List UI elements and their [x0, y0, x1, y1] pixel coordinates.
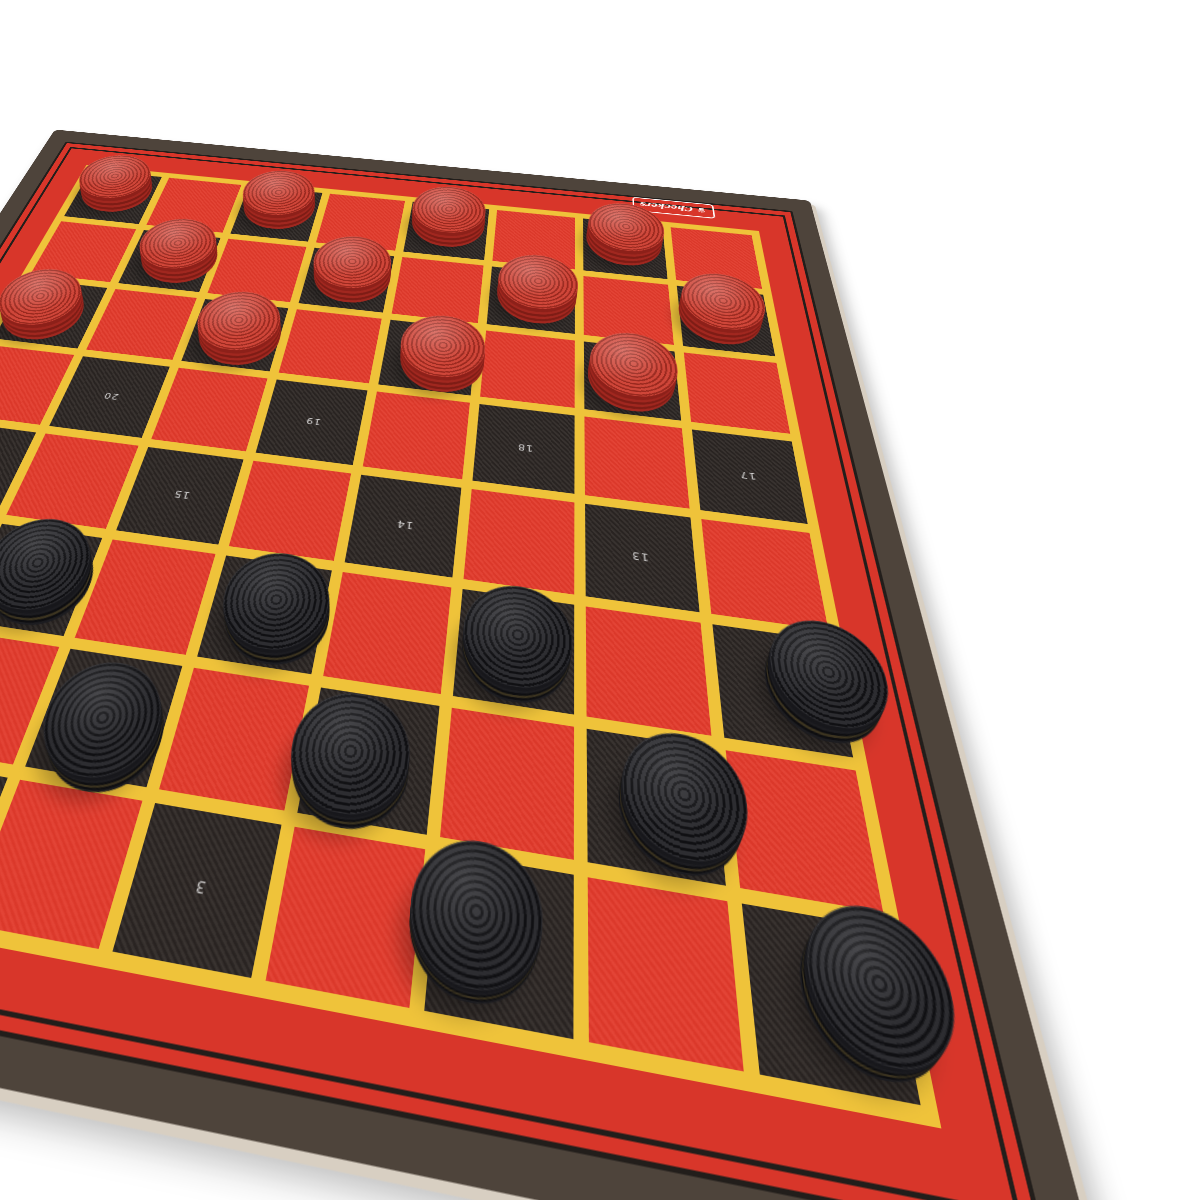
black-piece-sq7[interactable] — [30, 671, 177, 802]
red-square — [586, 606, 712, 735]
square-number: 30 — [441, 226, 455, 234]
black-piece-sq6[interactable] — [282, 702, 415, 840]
dark-square-18[interactable]: 18 — [472, 404, 574, 494]
square-number: 22 — [421, 351, 437, 361]
red-piece-sq32[interactable] — [71, 167, 160, 216]
crown-icon: ♛ — [696, 207, 706, 214]
square-number: 3 — [193, 875, 208, 897]
red-square — [392, 257, 484, 323]
product-photo-stage: ♛ Checkers 32313029282726252423222120191… — [0, 0, 1200, 1200]
square-number: 31 — [270, 209, 284, 217]
red-square — [86, 289, 197, 360]
square-number: 18 — [517, 441, 533, 453]
red-piece-sq29[interactable] — [586, 215, 663, 270]
red-piece-sq30[interactable] — [408, 198, 487, 251]
dark-square-19[interactable]: 19 — [256, 379, 368, 465]
scene: ♛ Checkers 32313029282726252423222120191… — [0, 0, 1200, 1200]
square-number: 27 — [340, 275, 355, 284]
square-number: 21 — [623, 374, 638, 385]
red-square — [480, 330, 575, 408]
checkers-board: ♛ Checkers 32313029282726252423222120191… — [0, 130, 1111, 1200]
red-piece-sq22[interactable] — [396, 327, 487, 398]
red-square — [440, 708, 574, 860]
red-square — [151, 368, 268, 452]
square-number: 17 — [738, 469, 756, 482]
square-number: 23 — [228, 329, 244, 339]
red-piece-sq28[interactable] — [132, 231, 226, 288]
black-piece-sq10[interactable] — [458, 596, 570, 712]
square-number: 26 — [525, 295, 539, 304]
square-number: 19 — [305, 415, 322, 426]
black-piece-sq11[interactable] — [214, 563, 338, 673]
black-piece-sq2[interactable] — [402, 847, 541, 1017]
dark-square-17[interactable]: 17 — [692, 429, 808, 524]
dark-square-3[interactable]: 3 — [112, 803, 281, 978]
square-number: 20 — [102, 390, 120, 401]
red-square — [588, 877, 744, 1072]
red-square — [684, 353, 791, 434]
red-square — [584, 417, 689, 509]
red-piece-sq31[interactable] — [236, 182, 320, 233]
red-square — [726, 750, 884, 912]
square-number: 25 — [717, 315, 732, 324]
black-piece-sq5[interactable] — [617, 741, 748, 887]
square-number: 29 — [617, 244, 630, 252]
